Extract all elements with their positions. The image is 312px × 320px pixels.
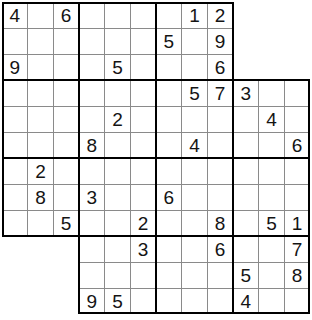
grid-line [78, 312, 310, 314]
cell-r5c7[interactable] [156, 106, 182, 132]
given-digit: 8 [292, 266, 303, 285]
given-digit: 5 [112, 58, 123, 77]
cell-r3c4[interactable] [79, 54, 105, 80]
given-digit: 5 [241, 266, 252, 285]
cell-r4c5[interactable] [105, 80, 131, 106]
cell-r9c3[interactable]: 5 [53, 210, 79, 236]
grid-line [2, 79, 310, 81]
cell-r3c8[interactable] [182, 54, 208, 80]
cell-r7c7[interactable] [156, 158, 182, 184]
cell-r1c1[interactable]: 4 [2, 2, 28, 28]
given-digit: 4 [241, 292, 252, 311]
cell-r2c9[interactable]: 9 [207, 28, 233, 54]
cell-r12c4[interactable]: 9 [79, 288, 105, 314]
cell-r3c1[interactable]: 9 [2, 54, 28, 80]
grid-line [2, 2, 234, 4]
given-digit: 6 [164, 188, 175, 207]
cell-r6c2[interactable] [28, 132, 54, 158]
cell-r7c6[interactable] [130, 158, 156, 184]
cell-r8c1[interactable] [2, 184, 28, 210]
cell-r4c11[interactable] [259, 80, 285, 106]
cell-r4c4[interactable] [79, 80, 105, 106]
cell-r6c5[interactable] [105, 132, 131, 158]
cell-r9c10[interactable] [233, 210, 259, 236]
cell-r1c4[interactable] [79, 2, 105, 28]
cell-r7c5[interactable] [105, 158, 131, 184]
given-digit: 2 [112, 110, 123, 129]
cell-r2c4[interactable] [79, 28, 105, 54]
cell-r2c7[interactable]: 5 [156, 28, 182, 54]
cell-r4c7[interactable] [156, 80, 182, 106]
cell-r3c3[interactable] [53, 54, 79, 80]
cell-r2c2[interactable] [28, 28, 54, 54]
given-digit: 6 [61, 6, 72, 25]
cell-r10c6[interactable]: 3 [130, 236, 156, 262]
given-digit: 5 [189, 84, 200, 103]
cell-r9c8[interactable] [182, 210, 208, 236]
cell-r6c7[interactable] [156, 132, 182, 158]
cell-r7c8[interactable] [182, 158, 208, 184]
cell-r7c2[interactable]: 2 [28, 158, 54, 184]
cell-r10c9[interactable]: 6 [207, 236, 233, 262]
cell-r7c11[interactable] [259, 158, 285, 184]
given-digit: 4 [189, 136, 200, 155]
cell-r4c10[interactable]: 3 [233, 80, 259, 106]
given-digit: 8 [35, 188, 46, 207]
cell-r2c5[interactable] [105, 28, 131, 54]
cell-r7c4[interactable] [79, 158, 105, 184]
cell-r3c5[interactable]: 5 [105, 54, 131, 80]
cell-r11c9[interactable] [207, 262, 233, 288]
cell-r12c7[interactable] [156, 288, 182, 314]
given-digit: 3 [87, 188, 98, 207]
given-digit: 6 [215, 58, 226, 77]
cell-r12c10[interactable]: 4 [233, 288, 259, 314]
cell-r8c10[interactable] [233, 184, 259, 210]
cell-r10c11[interactable] [259, 236, 285, 262]
given-digit: 9 [87, 292, 98, 311]
cell-r11c11[interactable] [259, 262, 285, 288]
cell-r3c6[interactable] [130, 54, 156, 80]
cell-r9c9[interactable]: 8 [207, 210, 233, 236]
sudoku-board: 4612599565732484628365285136758954 [2, 2, 310, 314]
cell-r8c12[interactable] [284, 184, 310, 210]
given-digit: 5 [164, 32, 175, 51]
cell-r12c8[interactable] [182, 288, 208, 314]
cell-r2c3[interactable] [53, 28, 79, 54]
given-digit: 7 [215, 84, 226, 103]
given-digit: 7 [292, 240, 303, 259]
given-digit: 4 [266, 110, 277, 129]
cell-r1c5[interactable] [105, 2, 131, 28]
cell-r9c6[interactable]: 2 [130, 210, 156, 236]
given-digit: 5 [112, 292, 123, 311]
cell-r7c9[interactable] [207, 158, 233, 184]
given-digit: 5 [266, 214, 277, 233]
cell-r6c11[interactable] [259, 132, 285, 158]
cell-r6c12[interactable]: 6 [284, 132, 310, 158]
cell-r1c8[interactable]: 1 [182, 2, 208, 28]
cell-r5c3[interactable] [53, 106, 79, 132]
cell-r7c12[interactable] [284, 158, 310, 184]
cell-r4c6[interactable] [130, 80, 156, 106]
cell-r3c2[interactable] [28, 54, 54, 80]
cell-r9c5[interactable] [105, 210, 131, 236]
cell-r7c3[interactable] [53, 158, 79, 184]
cell-r9c7[interactable] [156, 210, 182, 236]
cell-r3c7[interactable] [156, 54, 182, 80]
cell-r11c10[interactable]: 5 [233, 262, 259, 288]
cell-r9c2[interactable] [28, 210, 54, 236]
cell-r8c7[interactable]: 6 [156, 184, 182, 210]
cell-r4c1[interactable] [2, 80, 28, 106]
cell-r6c10[interactable] [233, 132, 259, 158]
given-digit: 2 [138, 214, 149, 233]
cell-r10c10[interactable] [233, 236, 259, 262]
cell-r6c9[interactable] [207, 132, 233, 158]
puzzle-page: 4612599565732484628365285136758954 [0, 0, 312, 320]
grid-line [258, 80, 259, 314]
cell-r10c12[interactable]: 7 [284, 236, 310, 262]
cell-r12c11[interactable] [259, 288, 285, 314]
cell-r5c6[interactable] [130, 106, 156, 132]
cell-r9c12[interactable]: 1 [284, 210, 310, 236]
grid-line [308, 79, 310, 314]
cell-r11c7[interactable] [156, 262, 182, 288]
cell-r8c3[interactable] [53, 184, 79, 210]
grid-line [79, 288, 310, 289]
given-digit: 9 [215, 32, 226, 51]
cell-r12c9[interactable] [207, 288, 233, 314]
cell-r10c7[interactable] [156, 236, 182, 262]
cell-r6c3[interactable] [53, 132, 79, 158]
cell-r1c7[interactable] [156, 2, 182, 28]
cell-r4c2[interactable] [28, 80, 54, 106]
cell-r10c5[interactable] [105, 236, 131, 262]
cell-r8c6[interactable] [130, 184, 156, 210]
cell-r2c6[interactable] [130, 28, 156, 54]
grid-line [2, 235, 310, 237]
cell-r12c6[interactable] [130, 288, 156, 314]
cell-r10c8[interactable] [182, 236, 208, 262]
cell-r6c1[interactable] [2, 132, 28, 158]
cell-r7c10[interactable] [233, 158, 259, 184]
given-digit: 2 [215, 6, 226, 25]
cell-r4c9[interactable]: 7 [207, 80, 233, 106]
cell-r7c1[interactable] [2, 158, 28, 184]
cell-r11c4[interactable] [79, 262, 105, 288]
cell-r4c12[interactable] [284, 80, 310, 106]
cell-r5c12[interactable] [284, 106, 310, 132]
grid-line [2, 2, 4, 237]
cell-r11c6[interactable] [130, 262, 156, 288]
cell-r8c9[interactable] [207, 184, 233, 210]
cell-r6c6[interactable] [130, 132, 156, 158]
cell-r11c8[interactable] [182, 262, 208, 288]
cell-r4c8[interactable]: 5 [182, 80, 208, 106]
grid-line [79, 262, 310, 263]
grid-line [27, 2, 28, 236]
given-digit: 5 [61, 214, 72, 233]
cell-r10c4[interactable] [79, 236, 105, 262]
given-digit: 3 [138, 240, 149, 259]
grid-line [2, 157, 310, 159]
cell-r9c11[interactable]: 5 [259, 210, 285, 236]
given-digit: 9 [10, 58, 21, 77]
cell-r5c2[interactable] [28, 106, 54, 132]
cell-r5c1[interactable] [2, 106, 28, 132]
grid-line [53, 2, 54, 236]
cell-r5c10[interactable] [233, 106, 259, 132]
given-digit: 1 [292, 214, 303, 233]
given-digit: 1 [189, 6, 200, 25]
given-digit: 6 [215, 240, 226, 259]
given-digit: 4 [10, 6, 21, 25]
given-digit: 3 [241, 84, 252, 103]
cell-r1c9[interactable]: 2 [207, 2, 233, 28]
cell-r5c5[interactable]: 2 [105, 106, 131, 132]
cell-r11c5[interactable] [105, 262, 131, 288]
given-digit: 6 [292, 136, 303, 155]
given-digit: 8 [87, 136, 98, 155]
cell-r2c8[interactable] [182, 28, 208, 54]
cell-r5c11[interactable]: 4 [259, 106, 285, 132]
cell-r4c3[interactable] [53, 80, 79, 106]
cell-r1c2[interactable] [28, 2, 54, 28]
cell-r6c8[interactable]: 4 [182, 132, 208, 158]
cell-r1c3[interactable]: 6 [53, 2, 79, 28]
cell-r8c2[interactable]: 8 [28, 184, 54, 210]
grid-line [2, 54, 233, 55]
cell-r8c11[interactable] [259, 184, 285, 210]
cell-r5c4[interactable] [79, 106, 105, 132]
cell-r8c5[interactable] [105, 184, 131, 210]
cell-r8c4[interactable]: 3 [79, 184, 105, 210]
cell-r8c8[interactable] [182, 184, 208, 210]
cell-r3c9[interactable]: 6 [207, 54, 233, 80]
cell-r9c4[interactable] [79, 210, 105, 236]
given-digit: 8 [215, 214, 226, 233]
cell-r9c1[interactable] [2, 210, 28, 236]
grid-line [284, 80, 285, 314]
cell-r5c8[interactable] [182, 106, 208, 132]
cell-r12c12[interactable] [284, 288, 310, 314]
cell-r11c12[interactable]: 8 [284, 262, 310, 288]
grid-line [2, 28, 233, 29]
given-digit: 2 [35, 162, 46, 181]
cell-r6c4[interactable]: 8 [79, 132, 105, 158]
cell-r2c1[interactable] [2, 28, 28, 54]
cell-r5c9[interactable] [207, 106, 233, 132]
cell-r12c5[interactable]: 5 [105, 288, 131, 314]
cell-r1c6[interactable] [130, 2, 156, 28]
